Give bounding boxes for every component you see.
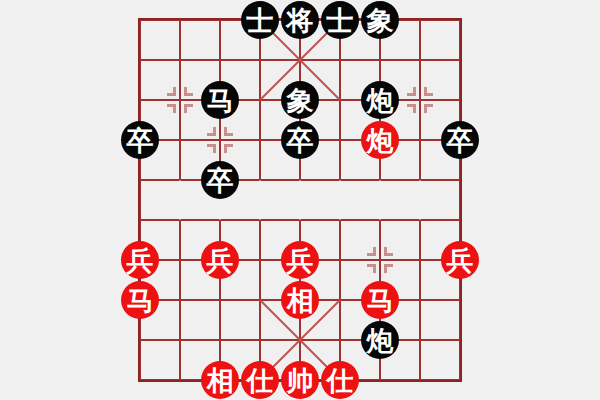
piece-black-soldier[interactable]: 卒 <box>281 121 319 159</box>
piece-black-general[interactable]: 将 <box>281 1 319 39</box>
piece-red-horse[interactable]: 马 <box>361 281 399 319</box>
point-marker-corner <box>207 127 216 136</box>
palace-diagonals <box>140 20 460 380</box>
point-marker-corner <box>424 87 433 96</box>
piece-black-cannon[interactable]: 炮 <box>361 321 399 359</box>
app-background: { "game": "xiangqi", "position": { "fen"… <box>0 0 600 400</box>
piece-black-soldier[interactable]: 卒 <box>121 121 159 159</box>
piece-red-horse[interactable]: 马 <box>121 281 159 319</box>
point-marker-corner <box>207 144 216 153</box>
piece-red-soldier[interactable]: 兵 <box>121 241 159 279</box>
point-marker-corner <box>167 87 176 96</box>
piece-red-elephant[interactable]: 相 <box>201 361 239 399</box>
piece-red-soldier[interactable]: 兵 <box>441 241 479 279</box>
piece-red-general[interactable]: 帅 <box>281 361 319 399</box>
piece-black-soldier[interactable]: 卒 <box>441 121 479 159</box>
piece-black-advisor[interactable]: 士 <box>241 1 279 39</box>
point-marker-corner <box>367 247 376 256</box>
piece-black-elephant[interactable]: 象 <box>281 81 319 119</box>
point-marker-corner <box>167 104 176 113</box>
piece-black-cannon[interactable]: 炮 <box>361 81 399 119</box>
point-marker-corner <box>224 144 233 153</box>
piece-black-soldier[interactable]: 卒 <box>201 161 239 199</box>
point-marker-corner <box>384 264 393 273</box>
point-marker-corner <box>184 87 193 96</box>
piece-black-elephant[interactable]: 象 <box>361 1 399 39</box>
piece-black-horse[interactable]: 马 <box>201 81 239 119</box>
piece-red-elephant[interactable]: 相 <box>281 281 319 319</box>
piece-red-advisor[interactable]: 仕 <box>321 361 359 399</box>
piece-red-advisor[interactable]: 仕 <box>241 361 279 399</box>
piece-black-advisor[interactable]: 士 <box>321 1 359 39</box>
point-marker-corner <box>407 87 416 96</box>
point-marker-corner <box>424 104 433 113</box>
point-marker-corner <box>367 264 376 273</box>
point-marker-corner <box>407 104 416 113</box>
piece-red-cannon[interactable]: 炮 <box>361 121 399 159</box>
point-marker-corner <box>224 127 233 136</box>
point-marker-corner <box>384 247 393 256</box>
xiangqi-board: 士将士象马象炮卒卒炮卒卒兵兵兵兵马相马炮相仕帅仕 <box>138 18 462 382</box>
piece-red-soldier[interactable]: 兵 <box>281 241 319 279</box>
point-marker-corner <box>184 104 193 113</box>
piece-red-soldier[interactable]: 兵 <box>201 241 239 279</box>
